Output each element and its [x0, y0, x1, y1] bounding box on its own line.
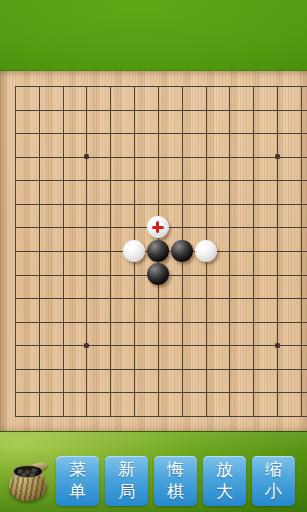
stone-black: [147, 240, 169, 262]
stone-white: [123, 240, 145, 262]
bowl-opening: [13, 465, 43, 478]
stone-bowl-icon: [9, 459, 49, 507]
undo-button[interactable]: 悔棋: [154, 456, 197, 506]
stone-white: [195, 240, 217, 262]
top-banner: [0, 0, 307, 71]
zoom-in-button[interactable]: 放大: [203, 456, 246, 506]
zoom-in-button-label: 放大: [216, 459, 234, 503]
undo-button-label: 悔棋: [167, 459, 185, 503]
app-screen: 菜单 新局 悔棋 放大 缩小: [0, 0, 307, 512]
gomoku-board[interactable]: [0, 71, 307, 431]
toolbar: 菜单 新局 悔棋 放大 缩小: [0, 431, 307, 512]
menu-button-label: 菜单: [69, 459, 87, 503]
new-game-button-label: 新局: [118, 459, 136, 503]
bowl-stone: [21, 473, 29, 478]
new-game-button[interactable]: 新局: [105, 456, 148, 506]
stone-white-last-move: [147, 216, 169, 238]
stone-black: [171, 240, 193, 262]
menu-button[interactable]: 菜单: [56, 456, 99, 506]
zoom-out-button[interactable]: 缩小: [252, 456, 295, 506]
zoom-out-button-label: 缩小: [265, 459, 283, 503]
stone-black: [147, 263, 169, 285]
stone-layer: [3, 74, 307, 427]
